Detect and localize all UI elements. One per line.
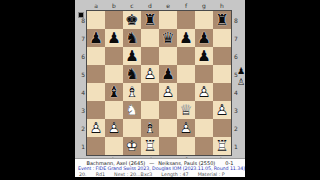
diagram-panel: abcdefgh 87654321 ♚♜♜♟♟♞♛♟♟♟♟♞♟♙♟♝♝♗♟♙♟♙… xyxy=(75,0,245,177)
rank-label-3: 3 xyxy=(234,101,240,119)
chess-board: ♚♜♜♟♟♞♛♟♟♟♟♞♟♙♟♝♝♗♟♙♟♙♞♘♛♕♟♙♟♙♟♙♝♗♟♙♚♔♜♖… xyxy=(86,10,232,156)
square-d3 xyxy=(141,101,159,119)
rank-label-1: 1 xyxy=(79,137,85,155)
square-f6 xyxy=(177,47,195,65)
black-rook: ♜ xyxy=(141,11,159,29)
square-a5 xyxy=(87,65,105,83)
square-e4: ♟♙ xyxy=(159,83,177,101)
square-f3: ♛♕ xyxy=(177,101,195,119)
square-h7 xyxy=(213,29,231,47)
square-g4: ♟♙ xyxy=(195,83,213,101)
square-d7 xyxy=(141,29,159,47)
rank-label-7: 7 xyxy=(79,29,85,47)
white-knight: ♘ xyxy=(123,101,141,119)
game-length: Length : 47 xyxy=(161,172,188,177)
black-rook: ♜ xyxy=(213,11,231,29)
rank-label-7: 7 xyxy=(234,29,240,47)
black-knight: ♞ xyxy=(123,65,141,83)
rank-label-2: 2 xyxy=(234,119,240,137)
white-pawn: ♙ xyxy=(105,119,123,137)
square-a4 xyxy=(87,83,105,101)
black-pawn: ♟ xyxy=(177,29,195,47)
rank-labels-left: 87654321 xyxy=(79,11,85,155)
black-pawn: ♟ xyxy=(195,47,213,65)
white-queen: ♕ xyxy=(177,101,195,119)
square-e8 xyxy=(159,11,177,29)
square-c7: ♞ xyxy=(123,29,141,47)
rank-label-8: 8 xyxy=(234,11,240,29)
square-b4: ♝ xyxy=(105,83,123,101)
file-label-e: e xyxy=(159,3,177,9)
square-h2 xyxy=(213,119,231,137)
rank-label-6: 6 xyxy=(79,47,85,65)
black-knight: ♞ xyxy=(123,29,141,47)
square-f1 xyxy=(177,137,195,155)
rank-label-3: 3 xyxy=(79,101,85,119)
square-c2 xyxy=(123,119,141,137)
square-f5 xyxy=(177,65,195,83)
material-balance: Material : P xyxy=(198,172,225,177)
square-g7: ♟ xyxy=(195,29,213,47)
video-frame: abcdefgh 87654321 ♚♜♜♟♟♞♛♟♟♟♟♞♟♙♟♝♝♗♟♙♟♙… xyxy=(0,0,320,180)
black-bishop: ♝ xyxy=(105,83,123,101)
square-g1 xyxy=(195,137,213,155)
square-d8: ♜ xyxy=(141,11,159,29)
info-bar: Bachmann, Axel (2645) — Neiksans, Pauls … xyxy=(75,158,245,177)
file-labels-top: abcdefgh xyxy=(87,3,231,9)
square-h5 xyxy=(213,65,231,83)
square-g5 xyxy=(195,65,213,83)
white-pawn: ♙ xyxy=(195,83,213,101)
square-b2: ♟♙ xyxy=(105,119,123,137)
square-d1: ♜♖ xyxy=(141,137,159,155)
file-label-b: b xyxy=(105,3,123,9)
rank-label-8: 8 xyxy=(79,11,85,29)
file-label-g: g xyxy=(195,3,213,9)
square-c3: ♞♘ xyxy=(123,101,141,119)
square-d2: ♝♗ xyxy=(141,119,159,137)
square-f2: ♟♙ xyxy=(177,119,195,137)
square-c5: ♞ xyxy=(123,65,141,83)
black-pawn: ♟ xyxy=(123,47,141,65)
square-h4 xyxy=(213,83,231,101)
square-g3 xyxy=(195,101,213,119)
white-pawn: ♙ xyxy=(141,65,159,83)
square-b3 xyxy=(105,101,123,119)
file-label-a: a xyxy=(87,3,105,9)
square-c6: ♟ xyxy=(123,47,141,65)
white-rook: ♖ xyxy=(141,137,159,155)
square-a2: ♟♙ xyxy=(87,119,105,137)
square-g2 xyxy=(195,119,213,137)
rank-label-5: 5 xyxy=(79,65,85,83)
square-d6 xyxy=(141,47,159,65)
black-pawn: ♟ xyxy=(105,29,123,47)
captured-black-pawn-icon: ♟ xyxy=(237,66,245,77)
square-d4 xyxy=(141,83,159,101)
black-pawn: ♟ xyxy=(87,29,105,47)
move-number: 20. xyxy=(79,172,87,177)
square-f7: ♟ xyxy=(177,29,195,47)
square-h3: ♟♙ xyxy=(213,101,231,119)
white-bishop: ♗ xyxy=(123,83,141,101)
rank-label-4: 4 xyxy=(79,83,85,101)
square-h6 xyxy=(213,47,231,65)
rank-label-1: 1 xyxy=(234,137,240,155)
square-e7: ♛ xyxy=(159,29,177,47)
white-pawn: ♙ xyxy=(213,101,231,119)
square-b1 xyxy=(105,137,123,155)
black-pawn: ♟ xyxy=(195,29,213,47)
square-h1: ♜♖ xyxy=(213,137,231,155)
black-king: ♚ xyxy=(123,11,141,29)
white-pawn: ♙ xyxy=(87,119,105,137)
square-b5 xyxy=(105,65,123,83)
square-b7: ♟ xyxy=(105,29,123,47)
square-a8 xyxy=(87,11,105,29)
white-pawn: ♙ xyxy=(159,83,177,101)
square-b6 xyxy=(105,47,123,65)
next-move: Next : 20...Bxc3 xyxy=(114,172,152,177)
captured-white-pawn-icon: ♙ xyxy=(237,77,245,88)
file-label-d: d xyxy=(141,3,159,9)
square-b8 xyxy=(105,11,123,29)
square-d5: ♟♙ xyxy=(141,65,159,83)
square-e6 xyxy=(159,47,177,65)
square-e1 xyxy=(159,137,177,155)
square-c1: ♚♔ xyxy=(123,137,141,155)
black-pawn: ♟ xyxy=(159,65,177,83)
square-h8: ♜ xyxy=(213,11,231,29)
square-g6: ♟ xyxy=(195,47,213,65)
rank-label-2: 2 xyxy=(79,119,85,137)
square-f4 xyxy=(177,83,195,101)
file-label-c: c xyxy=(123,3,141,9)
square-g8 xyxy=(195,11,213,29)
moves-line: 20. Rd1 Next : 20...Bxc3 Length : 47 Mat… xyxy=(75,172,245,177)
square-a7: ♟ xyxy=(87,29,105,47)
file-label-f: f xyxy=(177,3,195,9)
last-move: Rd1 xyxy=(96,172,105,177)
square-c8: ♚ xyxy=(123,11,141,29)
square-e5: ♟ xyxy=(159,65,177,83)
square-f8 xyxy=(177,11,195,29)
white-bishop: ♗ xyxy=(141,119,159,137)
square-e3 xyxy=(159,101,177,119)
black-queen: ♛ xyxy=(159,29,177,47)
square-c4: ♝♗ xyxy=(123,83,141,101)
white-rook: ♖ xyxy=(213,137,231,155)
rank-label-6: 6 xyxy=(234,47,240,65)
white-king: ♔ xyxy=(123,137,141,155)
square-a6 xyxy=(87,47,105,65)
square-a1 xyxy=(87,137,105,155)
square-a3 xyxy=(87,101,105,119)
captured-material-tray: ♟ ♙ xyxy=(237,66,245,88)
file-label-h: h xyxy=(213,3,231,9)
white-pawn: ♙ xyxy=(177,119,195,137)
square-e2 xyxy=(159,119,177,137)
